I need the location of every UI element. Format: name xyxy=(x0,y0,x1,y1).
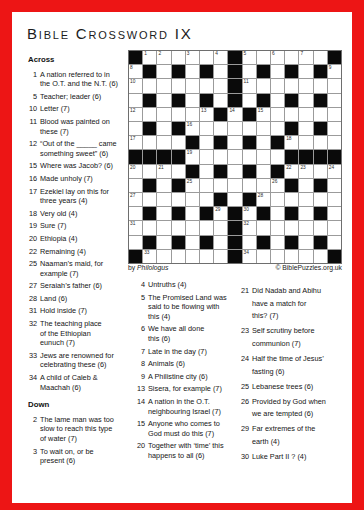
cell-number: 14 xyxy=(229,108,234,114)
grid-cell[interactable] xyxy=(214,94,227,107)
grid-cell[interactable]: 25 xyxy=(186,179,199,192)
grid-cell[interactable]: 4 xyxy=(214,51,227,64)
cell-number: 22 xyxy=(286,165,291,171)
clue-item: 25Naaman’s maid, for example (7) xyxy=(26,259,130,278)
clue-item: 18Very old (4) xyxy=(26,209,130,219)
clue-text: Blood was painted on these (7) xyxy=(40,117,130,136)
cell-number: 6 xyxy=(272,51,275,57)
grid-cell[interactable] xyxy=(214,179,227,192)
grid-cell[interactable] xyxy=(243,150,256,163)
clue-item: 13Sisera, for example (7) xyxy=(134,384,248,394)
clue-text: Late in the day (7) xyxy=(148,347,248,357)
grid-cell[interactable]: 27 xyxy=(129,193,142,206)
black-cell xyxy=(243,165,256,178)
clue-text: To wait on, or be present (6) xyxy=(40,447,130,466)
clue-number: 34 xyxy=(26,373,40,392)
black-cell xyxy=(257,236,270,249)
clue-text: Land (6) xyxy=(40,294,130,304)
clue-item: 8Animals (6) xyxy=(134,359,248,369)
clue-item: 20Together with ‘time’ this happens to a… xyxy=(134,441,248,460)
clue-item: 16Made unholy (7) xyxy=(26,174,130,184)
black-cell xyxy=(172,150,185,163)
cell-number: 2 xyxy=(158,51,161,57)
grid-cell[interactable]: 19 xyxy=(186,150,199,163)
clue-item: 31Hold inside (7) xyxy=(26,306,130,316)
grid-cell[interactable]: 29 xyxy=(214,207,227,220)
clue-text: Did Nadab and Abihu have a match for thi… xyxy=(252,285,352,323)
clue-item: 33Jews are renowned for celebrating thes… xyxy=(26,351,130,370)
black-cell xyxy=(228,221,241,234)
grid-cell[interactable] xyxy=(214,250,227,263)
clue-number: 10 xyxy=(26,104,40,114)
black-cell xyxy=(214,193,227,206)
grid-cell[interactable] xyxy=(299,193,312,206)
grid-cell[interactable] xyxy=(214,236,227,249)
grid-cell[interactable] xyxy=(328,193,341,206)
black-cell xyxy=(228,79,241,92)
grid-cell[interactable] xyxy=(129,94,142,107)
grid-cell[interactable] xyxy=(186,65,199,78)
grid-cell[interactable] xyxy=(299,179,312,192)
grid-cell[interactable] xyxy=(271,79,284,92)
grid-cell[interactable]: 5 xyxy=(243,51,256,64)
grid-cell[interactable] xyxy=(271,108,284,121)
black-cell xyxy=(285,236,298,249)
grid-cell[interactable] xyxy=(257,79,270,92)
clue-number: 23 xyxy=(238,325,252,350)
grid-cell[interactable] xyxy=(214,221,227,234)
grid-cell[interactable] xyxy=(214,65,227,78)
clue-item: 15Where was Jacob? (6) xyxy=(26,161,130,171)
grid-cell[interactable] xyxy=(143,136,156,149)
grid-cell[interactable] xyxy=(228,150,241,163)
grid-cell[interactable] xyxy=(271,122,284,135)
grid-cell[interactable] xyxy=(299,221,312,234)
black-cell xyxy=(328,250,341,263)
down-header: Down xyxy=(28,400,130,410)
black-cell xyxy=(172,122,185,135)
grid-cell[interactable] xyxy=(243,122,256,135)
black-cell xyxy=(200,65,213,78)
down-clue-list-2: 4Untruths (4)5The Promised Land was said… xyxy=(134,280,248,464)
grid-cell[interactable] xyxy=(157,108,170,121)
grid-cell[interactable] xyxy=(214,79,227,92)
black-cell xyxy=(143,150,156,163)
grid-cell[interactable] xyxy=(257,165,270,178)
clue-text: Sure (7) xyxy=(40,221,130,231)
grid-cell[interactable]: 7 xyxy=(299,51,312,64)
clue-text: The lame man was too slow to reach this … xyxy=(40,415,130,444)
grid-cell[interactable] xyxy=(129,207,142,220)
clue-text: Where was Jacob? (6) xyxy=(40,161,130,171)
black-cell xyxy=(186,136,199,149)
black-cell xyxy=(285,65,298,78)
grid-cell[interactable] xyxy=(186,193,199,206)
grid-cell[interactable] xyxy=(285,250,298,263)
clue-text: Untruths (4) xyxy=(148,280,248,290)
grid-cell[interactable] xyxy=(257,150,270,163)
black-cell xyxy=(143,179,156,192)
grid-cell[interactable] xyxy=(143,79,156,92)
clue-text: A child of Caleb & Maachah (6) xyxy=(40,373,130,392)
grid-cell[interactable] xyxy=(271,94,284,107)
clue-number: 3 xyxy=(26,447,40,466)
grid-cell[interactable]: 20 xyxy=(129,165,142,178)
grid-cell[interactable] xyxy=(299,79,312,92)
grid-cell[interactable] xyxy=(314,136,327,149)
clue-number: 27 xyxy=(26,281,40,291)
grid-cell[interactable] xyxy=(257,221,270,234)
clue-text: Anyone who comes to God must do this (7) xyxy=(148,419,248,438)
grid-cell[interactable] xyxy=(157,94,170,107)
grid-cell[interactable] xyxy=(129,179,142,192)
grid-cell[interactable] xyxy=(157,221,170,234)
grid-cell[interactable] xyxy=(285,108,298,121)
clue-item: 26Provided by God when we are tempted (6… xyxy=(238,396,352,421)
grid-cell[interactable] xyxy=(186,79,199,92)
grid-cell[interactable]: 9 xyxy=(328,65,341,78)
grid-cell[interactable] xyxy=(314,165,327,178)
clue-text: Jews are renowned for celebrating these … xyxy=(40,351,130,370)
clue-item: 20Ethiopia (4) xyxy=(26,234,130,244)
grid-cell[interactable] xyxy=(257,136,270,149)
cell-number: 5 xyxy=(244,51,247,57)
clue-text: Naaman’s maid, for example (7) xyxy=(40,259,130,278)
cell-number: 28 xyxy=(258,193,263,199)
grid-cell[interactable]: 3 xyxy=(186,51,199,64)
grid-cell[interactable] xyxy=(328,122,341,135)
black-cell xyxy=(314,150,327,163)
grid-cell[interactable] xyxy=(314,221,327,234)
black-cell xyxy=(328,150,341,163)
grid-cell[interactable] xyxy=(214,150,227,163)
black-cell xyxy=(314,94,327,107)
grid-cell[interactable]: 15 xyxy=(257,108,270,121)
grid-cell[interactable] xyxy=(129,122,142,135)
grid-cell[interactable] xyxy=(228,136,241,149)
page-title: Bible Crossword IX xyxy=(27,25,193,42)
grid-cell[interactable]: 6 xyxy=(271,51,284,64)
cell-number: 10 xyxy=(130,79,135,85)
cell-number: 18 xyxy=(286,136,291,142)
grid-cell[interactable] xyxy=(314,79,327,92)
grid-cell[interactable]: 24 xyxy=(328,165,341,178)
clue-item: 6We have all done this (6) xyxy=(134,324,248,343)
grid-cell[interactable]: 21 xyxy=(157,165,170,178)
black-cell xyxy=(200,94,213,107)
black-cell xyxy=(257,65,270,78)
grid-cell[interactable]: 26 xyxy=(271,179,284,192)
black-cell xyxy=(228,65,241,78)
grid-cell[interactable] xyxy=(200,122,213,135)
clue-number: 6 xyxy=(134,324,148,343)
grid-cell[interactable]: 14 xyxy=(228,108,241,121)
grid-cell[interactable]: 30 xyxy=(243,207,256,220)
black-cell xyxy=(129,250,142,263)
grid-cell[interactable] xyxy=(228,165,241,178)
cell-number: 12 xyxy=(130,108,135,114)
grid-cell[interactable] xyxy=(314,51,327,64)
grid-cell[interactable]: 28 xyxy=(257,193,270,206)
black-cell xyxy=(228,236,241,249)
grid-cell[interactable] xyxy=(172,51,185,64)
clue-text: Self scrutiny before communion (7) xyxy=(252,325,352,350)
clue-number: 11 xyxy=(26,117,40,136)
clue-text: Animals (6) xyxy=(148,359,248,369)
black-cell xyxy=(200,236,213,249)
clue-item: 5The Promised Land was said to be flowin… xyxy=(134,293,248,322)
grid-cell[interactable] xyxy=(271,65,284,78)
grid-cell[interactable] xyxy=(200,165,213,178)
clue-number: 25 xyxy=(238,381,252,394)
grid-cell[interactable] xyxy=(257,250,270,263)
down-clue-list-1: 2The lame man was too slow to reach this… xyxy=(26,415,130,466)
grid-cell[interactable] xyxy=(328,79,341,92)
grid-cell[interactable] xyxy=(285,51,298,64)
grid-cell[interactable]: 8 xyxy=(129,65,142,78)
clue-text: Hold inside (7) xyxy=(40,306,130,316)
grid-cell[interactable]: 34 xyxy=(243,250,256,263)
clue-number: 19 xyxy=(26,221,40,231)
grid-cell[interactable] xyxy=(157,179,170,192)
grid-cell[interactable] xyxy=(299,122,312,135)
grid-cell[interactable] xyxy=(157,122,170,135)
cell-number: 25 xyxy=(187,179,192,185)
grid-cell[interactable] xyxy=(257,51,270,64)
grid-cell[interactable] xyxy=(186,236,199,249)
black-cell xyxy=(285,94,298,107)
page: Bible Crossword IX 123456789101112131415… xyxy=(12,12,352,503)
grid-cell[interactable] xyxy=(214,122,227,135)
grid-cell[interactable] xyxy=(186,221,199,234)
grid-cell[interactable] xyxy=(129,236,142,249)
grid-cell[interactable] xyxy=(257,179,270,192)
grid-cell[interactable] xyxy=(243,236,256,249)
black-cell xyxy=(299,150,312,163)
black-cell xyxy=(271,136,284,149)
clue-number: 16 xyxy=(26,174,40,184)
grid-cell[interactable] xyxy=(328,136,341,149)
clue-item: 28Land (6) xyxy=(26,294,130,304)
grid-cell[interactable] xyxy=(299,108,312,121)
cell-number: 1 xyxy=(144,51,147,57)
grid-cell[interactable] xyxy=(200,221,213,234)
grid-cell[interactable] xyxy=(186,94,199,107)
grid-cell[interactable]: 12 xyxy=(129,108,142,121)
clue-item: 21Did Nadab and Abihu have a match for t… xyxy=(238,285,352,323)
clue-number: 2 xyxy=(26,415,40,444)
across-header: Across xyxy=(28,55,130,65)
cell-number: 9 xyxy=(329,65,332,71)
cell-number: 21 xyxy=(158,165,163,171)
grid-cell[interactable] xyxy=(243,94,256,107)
grid-cell[interactable] xyxy=(314,193,327,206)
grid-cell[interactable] xyxy=(157,236,170,249)
cell-number: 33 xyxy=(144,250,149,256)
clue-item: 4Untruths (4) xyxy=(134,280,248,290)
black-cell xyxy=(214,108,227,121)
grid-cell[interactable] xyxy=(299,136,312,149)
cell-number: 15 xyxy=(258,108,263,114)
clue-item: 22Remaining (4) xyxy=(26,247,130,257)
grid-cell[interactable] xyxy=(271,193,284,206)
black-cell xyxy=(200,207,213,220)
clue-number: 31 xyxy=(26,306,40,316)
grid-cell[interactable] xyxy=(299,94,312,107)
grid-cell[interactable]: 2 xyxy=(157,51,170,64)
grid-cell[interactable]: 13 xyxy=(200,108,213,121)
black-cell xyxy=(228,250,241,263)
grid-cell[interactable] xyxy=(257,122,270,135)
grid-cell[interactable]: 16 xyxy=(186,122,199,135)
grid-cell[interactable] xyxy=(271,207,284,220)
black-cell xyxy=(143,236,156,249)
grid-cell[interactable] xyxy=(157,250,170,263)
grid-cell[interactable] xyxy=(200,79,213,92)
black-cell xyxy=(186,165,199,178)
clue-item: 1A nation referred to in the O.T. and th… xyxy=(26,70,130,89)
grid-cell[interactable] xyxy=(200,51,213,64)
clue-number: 24 xyxy=(238,353,252,378)
cell-number: 17 xyxy=(130,136,135,142)
grid-cell[interactable] xyxy=(143,165,156,178)
clue-number: 20 xyxy=(134,441,148,460)
black-cell xyxy=(243,193,256,206)
cell-number: 20 xyxy=(130,165,135,171)
grid-cell[interactable] xyxy=(314,250,327,263)
grid-cell[interactable] xyxy=(200,193,213,206)
grid-cell[interactable]: 32 xyxy=(243,221,256,234)
clue-item: 24Half the time of Jesus’ fasting (6) xyxy=(238,353,352,378)
grid-cell[interactable] xyxy=(186,108,199,121)
cell-number: 23 xyxy=(300,165,305,171)
grid-cell[interactable] xyxy=(228,179,241,192)
black-cell xyxy=(214,136,227,149)
grid-cell[interactable]: 11 xyxy=(243,79,256,92)
clue-item: 17Ezekiel lay on this for three years (4… xyxy=(26,187,130,206)
grid-cell[interactable] xyxy=(328,108,341,121)
grid-cell[interactable] xyxy=(172,136,185,149)
grid-cell[interactable] xyxy=(243,65,256,78)
grid-cell[interactable] xyxy=(157,193,170,206)
clue-text: Teacher; leader (6) xyxy=(40,92,130,102)
clue-number: 5 xyxy=(134,293,148,322)
clue-item: 25Lebanese trees (6) xyxy=(238,381,352,394)
grid-cell[interactable] xyxy=(172,79,185,92)
clue-number: 32 xyxy=(26,319,40,348)
grid-cell[interactable] xyxy=(186,250,199,263)
grid-cell[interactable]: 23 xyxy=(299,165,312,178)
grid-cell[interactable] xyxy=(299,207,312,220)
grid-cell[interactable] xyxy=(157,65,170,78)
grid-cell[interactable] xyxy=(157,79,170,92)
clue-text: A Philistine city (6) xyxy=(148,372,248,382)
clue-text: Seraiah’s father (6) xyxy=(40,281,130,291)
grid-cell[interactable] xyxy=(172,221,185,234)
grid-cell[interactable]: 31 xyxy=(129,221,142,234)
clue-number: 18 xyxy=(26,209,40,219)
grid-cell[interactable] xyxy=(299,236,312,249)
grid-cell[interactable] xyxy=(314,108,327,121)
grid-cell[interactable] xyxy=(200,179,213,192)
grid-cell[interactable]: 18 xyxy=(285,136,298,149)
grid-cell[interactable] xyxy=(271,221,284,234)
clue-item: 5Teacher; leader (6) xyxy=(26,92,130,102)
black-cell xyxy=(285,207,298,220)
grid-cell[interactable] xyxy=(328,179,341,192)
grid-cell[interactable] xyxy=(172,250,185,263)
cell-number: 11 xyxy=(244,79,249,85)
grid-cell[interactable] xyxy=(285,193,298,206)
grid-cell[interactable]: 17 xyxy=(129,136,142,149)
crossword-grid: 1234567891011121314151617181920212223242… xyxy=(128,50,342,264)
grid-cell[interactable] xyxy=(186,207,199,220)
grid-cell[interactable] xyxy=(299,250,312,263)
clue-text: Made unholy (7) xyxy=(40,174,130,184)
grid-cell[interactable] xyxy=(228,122,241,135)
grid-cell[interactable] xyxy=(328,94,341,107)
clue-text: Together with ‘time’ this happens to all… xyxy=(148,441,248,460)
grid-cell[interactable] xyxy=(200,150,213,163)
grid-cell[interactable]: 33 xyxy=(143,250,156,263)
grid-cell[interactable] xyxy=(200,136,213,149)
clue-item: 12“Out of the _____ came something sweet… xyxy=(26,139,130,158)
black-cell xyxy=(243,136,256,149)
grid-cell[interactable] xyxy=(172,108,185,121)
grid-cell[interactable] xyxy=(271,236,284,249)
cell-number: 30 xyxy=(244,207,249,213)
black-cell xyxy=(143,94,156,107)
grid-cell[interactable] xyxy=(299,65,312,78)
grid-cell[interactable] xyxy=(243,179,256,192)
black-cell xyxy=(228,51,241,64)
black-cell xyxy=(228,207,241,220)
grid-cell[interactable] xyxy=(328,221,341,234)
grid-cell[interactable] xyxy=(157,207,170,220)
black-cell xyxy=(285,122,298,135)
grid-cell[interactable]: 10 xyxy=(129,79,142,92)
clue-item: 34A child of Caleb & Maachah (6) xyxy=(26,373,130,392)
clue-number: 30 xyxy=(238,451,252,464)
grid-cell[interactable] xyxy=(143,193,156,206)
grid-cell[interactable] xyxy=(200,250,213,263)
grid-cell[interactable] xyxy=(228,193,241,206)
grid-cell[interactable] xyxy=(328,236,341,249)
grid-cell[interactable] xyxy=(143,221,156,234)
black-cell xyxy=(257,94,270,107)
grid-cell[interactable] xyxy=(271,250,284,263)
clue-number: 8 xyxy=(134,359,148,369)
grid-cell[interactable] xyxy=(172,193,185,206)
cell-number: 32 xyxy=(244,221,249,227)
grid-cell[interactable] xyxy=(271,150,284,163)
grid-cell[interactable]: 22 xyxy=(285,165,298,178)
grid-cell[interactable] xyxy=(285,221,298,234)
grid-cell[interactable] xyxy=(157,136,170,149)
cell-number: 31 xyxy=(130,221,135,227)
clue-item: 29Far extremes of the earth (4) xyxy=(238,423,352,448)
black-cell xyxy=(172,207,185,220)
clue-text: Very old (4) xyxy=(40,209,130,219)
grid-cell[interactable] xyxy=(328,207,341,220)
clue-number: 28 xyxy=(26,294,40,304)
clue-number: 25 xyxy=(26,259,40,278)
grid-cell[interactable]: 1 xyxy=(143,51,156,64)
grid-cell[interactable] xyxy=(143,108,156,121)
across-clue-list: 1A nation referred to in the O.T. and th… xyxy=(26,70,130,393)
grid-cell[interactable] xyxy=(285,79,298,92)
grid-cell[interactable] xyxy=(172,165,185,178)
